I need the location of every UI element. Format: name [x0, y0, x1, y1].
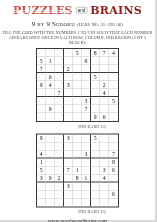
- sudoku-cell-r5c7[interactable]: [91, 166, 100, 174]
- site-logo: Puzzles and Brains: [0, 4, 155, 16]
- sudoku-cell-r2c5[interactable]: [73, 142, 82, 150]
- given-digit: 5: [76, 50, 79, 56]
- given-digit: 4: [103, 175, 106, 181]
- sudoku-cell-r7c9[interactable]: 5: [109, 97, 118, 105]
- sudoku-cell-r1c9[interactable]: 4: [109, 49, 118, 57]
- sudoku-cell-r6c9[interactable]: [109, 174, 118, 182]
- sudoku-cell-r3c8[interactable]: [100, 150, 109, 158]
- sudoku-cell-r3c5[interactable]: [73, 65, 82, 73]
- sudoku-cell-r1c7[interactable]: 5: [91, 134, 100, 142]
- sudoku-cell-r1c1[interactable]: [37, 49, 46, 57]
- sudoku-cell-r1c7[interactable]: 8: [91, 49, 100, 57]
- given-digit: 1: [76, 167, 79, 173]
- sudoku-cell-r5c4[interactable]: 3: [64, 81, 73, 89]
- sudoku-cell-r7c6[interactable]: 3: [82, 97, 91, 105]
- sudoku-cell-r1c2[interactable]: [46, 134, 55, 142]
- sudoku-cell-r4c8[interactable]: [100, 73, 109, 81]
- given-digit: 6: [103, 114, 106, 120]
- given-digit: 5: [40, 58, 43, 64]
- given-digit: 7: [58, 89, 61, 95]
- sudoku-cell-r7c3[interactable]: [55, 182, 64, 190]
- sudoku-cell-r6c2[interactable]: [46, 89, 55, 97]
- sudoku-cell-r5c9[interactable]: 6: [109, 166, 118, 174]
- sudoku-cell-r9c9[interactable]: [109, 198, 118, 206]
- sudoku-cell-r3c1[interactable]: 4: [37, 150, 46, 158]
- sudoku-cell-r5c9[interactable]: [109, 81, 118, 89]
- sudoku-cell-r3c7[interactable]: [91, 150, 100, 158]
- sudoku-cell-r6c9[interactable]: [109, 89, 118, 97]
- sudoku-cell-r8c6[interactable]: 7: [82, 105, 91, 113]
- sudoku-cell-r8c1[interactable]: [37, 190, 46, 198]
- sudoku-cell-r5c8[interactable]: 3: [100, 166, 109, 174]
- sudoku-cell-r1c4[interactable]: 3: [64, 134, 73, 142]
- sudoku-cell-r7c9[interactable]: [109, 182, 118, 190]
- instructions: Fill the grid with the numbers 1 to 9 in…: [0, 31, 155, 45]
- sudoku-cell-r5c3[interactable]: [55, 166, 64, 174]
- sudoku-cell-r7c4[interactable]: 3: [64, 182, 73, 190]
- sudoku-cell-r1c6[interactable]: [82, 49, 91, 57]
- sudoku-cell-r9c9[interactable]: [109, 113, 118, 121]
- sudoku-cell-r4c3[interactable]: [55, 73, 64, 81]
- screenshot-viewport: Puzzles and Brains 9 by 9 Sudoku (Hard N…: [0, 0, 157, 222]
- sudoku-cell-r8c5[interactable]: [73, 190, 82, 198]
- given-digit: 4: [103, 89, 106, 95]
- sudoku-cell-r5c2[interactable]: 4: [46, 81, 55, 89]
- sudoku-cell-r6c1[interactable]: 3: [37, 174, 46, 182]
- sudoku-cell-r9c1[interactable]: [37, 198, 46, 206]
- given-digit: 4: [112, 50, 115, 56]
- sudoku-cell-r2c3[interactable]: [55, 57, 64, 65]
- sudoku-cell-r6c4[interactable]: [64, 174, 73, 182]
- sudoku-cell-r6c3[interactable]: 7: [55, 89, 64, 97]
- title-main: 9 by 9 Sudoku: [32, 20, 75, 28]
- sudoku-cell-r2c2[interactable]: 1: [46, 57, 55, 65]
- sudoku-cell-r6c8[interactable]: 4: [100, 89, 109, 97]
- sudoku-cell-r1c8[interactable]: 7: [100, 49, 109, 57]
- sudoku-cell-r6c5[interactable]: [73, 89, 82, 97]
- given-digit: 9: [40, 135, 43, 141]
- given-digit: 5: [94, 135, 97, 141]
- sudoku-cell-r9c3[interactable]: [55, 113, 64, 121]
- given-digit: 9: [94, 114, 97, 120]
- logo-word-brains: Brains: [90, 4, 142, 16]
- sudoku-cell-r5c5[interactable]: [73, 81, 82, 89]
- sudoku-cell-r3c6[interactable]: [82, 65, 91, 73]
- sudoku-cell-r5c4[interactable]: 7: [64, 166, 73, 174]
- sudoku-cell-r1c5[interactable]: [73, 134, 82, 142]
- given-digit: 5: [40, 167, 43, 173]
- sudoku-cell-r7c8[interactable]: [100, 97, 109, 105]
- given-digit: 5: [112, 98, 115, 104]
- sudoku-cell-r9c1[interactable]: [37, 113, 46, 121]
- sudoku-cell-r3c7[interactable]: [91, 65, 100, 73]
- sudoku-cell-r9c4[interactable]: [64, 113, 73, 121]
- sudoku-cell-r3c3[interactable]: [55, 65, 64, 73]
- sudoku-cell-r2c1[interactable]: 5: [37, 57, 46, 65]
- sudoku-cell-r7c1[interactable]: [37, 97, 46, 105]
- sudoku-cell-r4c4[interactable]: [64, 158, 73, 166]
- sudoku-cell-r3c4[interactable]: [64, 150, 73, 158]
- sudoku-cell-r9c5[interactable]: [73, 198, 82, 206]
- sudoku-cell-r8c9[interactable]: 6: [109, 190, 118, 198]
- sudoku-cell-r3c6[interactable]: 3: [82, 150, 91, 158]
- sudoku-cell-r2c8[interactable]: [100, 57, 109, 65]
- sudoku-cell-r7c4[interactable]: [64, 97, 73, 105]
- sudoku-cell-r7c7[interactable]: [91, 182, 100, 190]
- sudoku-cell-r6c7[interactable]: [91, 174, 100, 182]
- sudoku-cell-r7c3[interactable]: [55, 97, 64, 105]
- given-digit: 3: [103, 167, 106, 173]
- sudoku-cell-r9c7[interactable]: [91, 198, 100, 206]
- given-digit: 2: [58, 175, 61, 181]
- sudoku-cell-r4c8[interactable]: [100, 158, 109, 166]
- sudoku-cell-r3c4[interactable]: 2: [64, 65, 73, 73]
- sudoku-cell-r1c9[interactable]: [109, 134, 118, 142]
- given-digit: 1: [49, 58, 52, 64]
- sudoku-cell-r2c3[interactable]: [55, 142, 64, 150]
- given-digit: 9: [40, 82, 43, 88]
- sudoku-cell-r1c8[interactable]: [100, 134, 109, 142]
- sudoku-cell-r4c6[interactable]: [82, 73, 91, 81]
- sudoku-cell-r8c5[interactable]: [73, 105, 82, 113]
- given-digit: 7: [103, 50, 106, 56]
- sudoku-cell-r3c1[interactable]: 7: [37, 65, 46, 73]
- sudoku-cell-r5c5[interactable]: 1: [73, 166, 82, 174]
- sudoku-cell-r4c9[interactable]: [109, 73, 118, 81]
- sudoku-cell-r7c7[interactable]: [91, 97, 100, 105]
- sudoku-cell-r3c9[interactable]: [109, 65, 118, 73]
- sudoku-cell-r4c1[interactable]: 1: [37, 158, 46, 166]
- given-digit: 9: [49, 175, 52, 181]
- sudoku-cell-r7c2[interactable]: [46, 182, 55, 190]
- sudoku-cell-r3c2[interactable]: [46, 150, 55, 158]
- sudoku-cell-r8c3[interactable]: [55, 105, 64, 113]
- sudoku-cell-r4c1[interactable]: [37, 73, 46, 81]
- given-digit: 6: [112, 191, 115, 197]
- given-digit: 8: [94, 50, 97, 56]
- sudoku-cell-r7c5[interactable]: [73, 182, 82, 190]
- sudoku-cell-r4c5[interactable]: [73, 158, 82, 166]
- given-digit: 7: [67, 167, 70, 173]
- caption-hard-35: (9x9 Hard 35): [37, 124, 118, 129]
- worksheet-page: Puzzles and Brains 9 by 9 Sudoku (Hard N…: [0, 0, 157, 222]
- given-digit: 2: [103, 82, 106, 88]
- sudoku-cell-r9c7[interactable]: 9: [91, 113, 100, 121]
- caption-hard-36: (9x9 Hard 36): [37, 209, 118, 214]
- sudoku-cell-r4c9[interactable]: 8: [109, 158, 118, 166]
- sudoku-cell-r3c9[interactable]: 7: [109, 150, 118, 158]
- sudoku-cell-r6c1[interactable]: [37, 89, 46, 97]
- sudoku-cell-r5c3[interactable]: [55, 81, 64, 89]
- sudoku-cell-r2c9[interactable]: [109, 57, 118, 65]
- given-digit: 8: [112, 159, 115, 165]
- sudoku-cell-r6c6[interactable]: 1: [82, 174, 91, 182]
- sudoku-cell-r5c1[interactable]: 5: [37, 166, 46, 174]
- footer-url: www.puzzlesandbrains.com: [0, 218, 155, 222]
- sudoku-cell-r3c5[interactable]: [73, 150, 82, 158]
- sudoku-cell-r6c3[interactable]: 2: [55, 174, 64, 182]
- sudoku-cell-r8c1[interactable]: [37, 105, 46, 113]
- logo-word-and: and: [76, 7, 88, 14]
- logo-word-puzzles: Puzzles: [13, 4, 73, 16]
- sudoku-cell-r2c4[interactable]: [64, 142, 73, 150]
- sudoku-cell-r7c8[interactable]: [100, 182, 109, 190]
- sudoku-cell-r3c2[interactable]: [46, 65, 55, 73]
- given-digit: 8: [76, 175, 79, 181]
- sudoku-cell-r8c4[interactable]: [64, 105, 73, 113]
- given-digit: 2: [67, 65, 70, 71]
- given-digit: 4: [40, 151, 43, 157]
- sudoku-cell-r7c5[interactable]: [73, 97, 82, 105]
- sudoku-cell-r4c2[interactable]: [46, 158, 55, 166]
- sudoku-cell-r1c6[interactable]: [82, 134, 91, 142]
- given-digit: 1: [40, 159, 43, 165]
- sudoku-cell-r9c3[interactable]: [55, 198, 64, 206]
- sudoku-cell-r4c6[interactable]: [82, 158, 91, 166]
- given-digit: 3: [67, 135, 70, 141]
- given-digit: 9: [85, 58, 88, 64]
- sudoku-cell-r1c1[interactable]: 9: [37, 134, 46, 142]
- sudoku-grid-hard-35[interactable]: 58745197265943274359796: [36, 48, 119, 122]
- sudoku-cell-r8c4[interactable]: [64, 190, 73, 198]
- sudoku-cell-r9c4[interactable]: [64, 198, 73, 206]
- sudoku-cell-r6c6[interactable]: [82, 89, 91, 97]
- sudoku-cell-r6c2[interactable]: 9: [46, 174, 55, 182]
- sudoku-cell-r5c1[interactable]: 9: [37, 81, 46, 89]
- sudoku-cell-r6c5[interactable]: 8: [73, 174, 82, 182]
- given-digit: 6: [112, 167, 115, 173]
- sudoku-cell-r4c5[interactable]: [73, 73, 82, 81]
- sudoku-cell-r3c3[interactable]: [55, 150, 64, 158]
- sudoku-cell-r8c6[interactable]: [82, 190, 91, 198]
- given-digit: 1: [85, 175, 88, 181]
- sudoku-cell-r2c8[interactable]: [100, 142, 109, 150]
- sudoku-cell-r6c8[interactable]: 4: [100, 174, 109, 182]
- given-digit: 4: [49, 82, 52, 88]
- sudoku-cell-r8c8[interactable]: [100, 105, 109, 113]
- sudoku-cell-r6c7[interactable]: [91, 89, 100, 97]
- sudoku-cell-r1c4[interactable]: [64, 49, 73, 57]
- sudoku-cell-r8c7[interactable]: [91, 190, 100, 198]
- sudoku-cell-r4c3[interactable]: [55, 158, 64, 166]
- sudoku-cell-r5c7[interactable]: [91, 81, 100, 89]
- sudoku-cell-r5c8[interactable]: 2: [100, 81, 109, 89]
- sudoku-cell-r5c2[interactable]: [46, 166, 55, 174]
- sudoku-cell-r9c5[interactable]: [73, 113, 82, 121]
- sudoku-cell-r9c8[interactable]: [100, 198, 109, 206]
- sudoku-cell-r4c2[interactable]: 6: [46, 73, 55, 81]
- sudoku-cell-r2c2[interactable]: [46, 142, 55, 150]
- sudoku-cell-r4c7[interactable]: [91, 158, 100, 166]
- sudoku-cell-r8c9[interactable]: [109, 105, 118, 113]
- sudoku-cell-r1c2[interactable]: [46, 49, 55, 57]
- sudoku-cell-r9c8[interactable]: 6: [100, 113, 109, 121]
- page-title: 9 by 9 Sudoku (Hard No. 35 and 36): [0, 19, 155, 28]
- sudoku-cell-r1c5[interactable]: 5: [73, 49, 82, 57]
- sudoku-cell-r6c4[interactable]: [64, 89, 73, 97]
- given-digit: 9: [49, 106, 52, 112]
- sudoku-cell-r2c7[interactable]: [91, 57, 100, 65]
- given-digit: 3: [85, 151, 88, 157]
- given-digit: 3: [40, 175, 43, 181]
- sudoku-cell-r2c4[interactable]: [64, 57, 73, 65]
- sudoku-cell-r5c6[interactable]: [82, 81, 91, 89]
- sudoku-cell-r8c3[interactable]: [55, 190, 64, 198]
- sudoku-cell-r8c2[interactable]: 9: [46, 105, 55, 113]
- sudoku-cell-r9c2[interactable]: [46, 198, 55, 206]
- sudoku-cell-r2c9[interactable]: [109, 142, 118, 150]
- given-digit: 6: [49, 74, 52, 80]
- sudoku-cell-r9c6[interactable]: [82, 113, 91, 121]
- sudoku-cell-r7c6[interactable]: [82, 182, 91, 190]
- sudoku-cell-r8c8[interactable]: [100, 190, 109, 198]
- sudoku-cell-r4c7[interactable]: 5: [91, 73, 100, 81]
- sudoku-cell-r2c1[interactable]: [37, 142, 46, 150]
- given-digit: 3: [85, 98, 88, 104]
- given-digit: 7: [40, 65, 43, 71]
- sudoku-cell-r8c7[interactable]: [91, 105, 100, 113]
- given-digit: 3: [67, 183, 70, 189]
- title-sub: (Hard No. 35 and 36): [77, 22, 123, 28]
- sudoku-cell-r2c6[interactable]: 9: [82, 57, 91, 65]
- sudoku-cell-r9c6[interactable]: [82, 198, 91, 206]
- sudoku-cell-r7c2[interactable]: [46, 97, 55, 105]
- sudoku-cell-r2c7[interactable]: [91, 142, 100, 150]
- sudoku-cell-r8c2[interactable]: [46, 190, 55, 198]
- sudoku-cell-r5c6[interactable]: [82, 166, 91, 174]
- given-digit: 7: [112, 151, 115, 157]
- sudoku-grid-hard-36[interactable]: 935437185713639281436: [36, 133, 119, 207]
- sudoku-cell-r4c4[interactable]: [64, 73, 73, 81]
- given-digit: 5: [94, 74, 97, 80]
- sudoku-cell-r2c6[interactable]: [82, 142, 91, 150]
- sudoku-cell-r3c8[interactable]: [100, 65, 109, 73]
- sudoku-cell-r1c3[interactable]: [55, 49, 64, 57]
- instructions-line-2: appears only once in each row, column an…: [0, 35, 155, 45]
- given-digit: 7: [85, 106, 88, 112]
- sudoku-cell-r7c1[interactable]: [37, 182, 46, 190]
- sudoku-cell-r1c3[interactable]: [55, 134, 64, 142]
- given-digit: 3: [67, 82, 70, 88]
- sudoku-cell-r9c2[interactable]: [46, 113, 55, 121]
- sudoku-cell-r2c5[interactable]: [73, 57, 82, 65]
